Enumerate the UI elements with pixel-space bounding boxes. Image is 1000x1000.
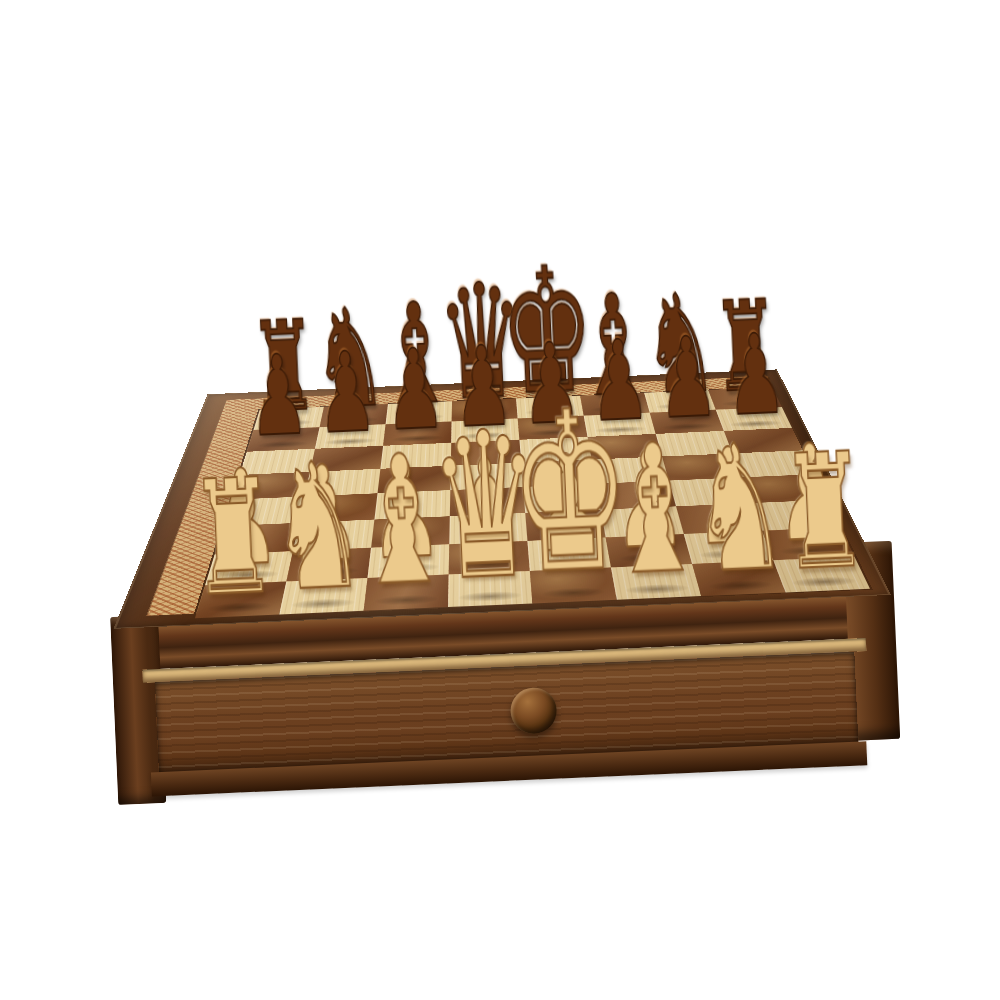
piece-white-rook[interactable]: ♜ <box>778 432 871 594</box>
board-perspective-wrap: ♜♞♝♛♚♝♞♜♟♟♟♟♟♟♟♟♟♟♟♟♟♟♟♟♜♞♝♛♚♝♞♜ <box>0 0 1000 1000</box>
square-e1[interactable]: ♚ <box>530 567 617 603</box>
board-grid: ♜♞♝♛♚♝♞♜♟♟♟♟♟♟♟♟♟♟♟♟♟♟♟♟♜♞♝♛♚♝♞♜ <box>192 387 872 620</box>
square-f1[interactable]: ♝ <box>611 564 701 600</box>
chess-board: ♜♞♝♛♚♝♞♜♟♟♟♟♟♟♟♟♟♟♟♟♟♟♟♟♜♞♝♛♚♝♞♜ <box>113 369 891 628</box>
square-g1[interactable]: ♞ <box>692 560 785 596</box>
chess-chest-scene: ♜♞♝♛♚♝♞♜♟♟♟♟♟♟♟♟♟♟♟♟♟♟♟♟♜♞♝♛♚♝♞♜ <box>0 0 1000 1000</box>
square-h1[interactable]: ♜ <box>773 557 870 593</box>
piece-white-rook[interactable]: ♜ <box>187 457 280 619</box>
piece-white-knight[interactable]: ♞ <box>689 420 791 598</box>
board-walnut-frame: ♜♞♝♛♚♝♞♜♟♟♟♟♟♟♟♟♟♟♟♟♟♟♟♟♜♞♝♛♚♝♞♜ <box>113 369 891 628</box>
board-inlay-border: ♜♞♝♛♚♝♞♜♟♟♟♟♟♟♟♟♟♟♟♟♟♟♟♟♜♞♝♛♚♝♞♜ <box>146 376 857 616</box>
product-photo-stage: ♜♞♝♛♚♝♞♜♟♟♟♟♟♟♟♟♟♟♟♟♟♟♟♟♜♞♝♛♚♝♞♜ <box>0 0 1000 1000</box>
square-b1[interactable]: ♞ <box>279 578 367 614</box>
